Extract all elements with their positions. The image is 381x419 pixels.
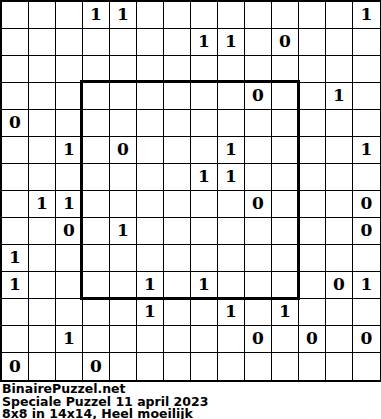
cell-r8-c1[interactable] bbox=[29, 218, 56, 245]
cell-r3-c7[interactable] bbox=[191, 83, 218, 110]
cell-r3-c10[interactable] bbox=[272, 83, 299, 110]
cell-r9-c1[interactable] bbox=[29, 245, 56, 272]
cell-r9-c6[interactable] bbox=[164, 245, 191, 272]
cell-r11-c3[interactable] bbox=[83, 299, 110, 326]
cell-r9-c5[interactable] bbox=[137, 245, 164, 272]
cell-r1-c10-given: 0 bbox=[272, 29, 299, 56]
cell-r10-c10[interactable] bbox=[272, 272, 299, 299]
cell-r2-c4[interactable] bbox=[110, 56, 137, 83]
cell-r13-c12[interactable] bbox=[326, 353, 353, 380]
cell-r8-c12[interactable] bbox=[326, 218, 353, 245]
cell-r10-c2[interactable] bbox=[56, 272, 83, 299]
cell-r8-c4-given: 1 bbox=[110, 218, 137, 245]
cell-r7-c5[interactable] bbox=[137, 191, 164, 218]
cell-r7-c11[interactable] bbox=[299, 191, 326, 218]
cell-r7-c7[interactable] bbox=[191, 191, 218, 218]
cell-r10-c11[interactable] bbox=[299, 272, 326, 299]
cell-r11-c1[interactable] bbox=[29, 299, 56, 326]
cell-r12-c1[interactable] bbox=[29, 326, 56, 353]
cell-r10-c4[interactable] bbox=[110, 272, 137, 299]
cell-r6-c12[interactable] bbox=[326, 164, 353, 191]
cell-r3-c3[interactable] bbox=[83, 83, 110, 110]
cell-r4-c0-given: 0 bbox=[2, 110, 29, 137]
cell-r6-c10[interactable] bbox=[272, 164, 299, 191]
cell-r5-c12[interactable] bbox=[326, 137, 353, 164]
cell-r7-c9-given: 0 bbox=[245, 191, 272, 218]
cell-r9-c4[interactable] bbox=[110, 245, 137, 272]
cell-r4-c11[interactable] bbox=[299, 110, 326, 137]
cell-r6-c6[interactable] bbox=[164, 164, 191, 191]
cell-r0-c9[interactable] bbox=[245, 2, 272, 29]
puzzle-page: 1111100101011111100010111101111100000 Bi… bbox=[0, 0, 381, 419]
cell-r13-c3-given: 0 bbox=[83, 353, 110, 380]
cell-r1-c12[interactable] bbox=[326, 29, 353, 56]
cell-r1-c1[interactable] bbox=[29, 29, 56, 56]
cell-r2-c13[interactable] bbox=[353, 56, 380, 83]
cell-r4-c10[interactable] bbox=[272, 110, 299, 137]
cell-r11-c12[interactable] bbox=[326, 299, 353, 326]
cell-r8-c8[interactable] bbox=[218, 218, 245, 245]
cell-r11-c11[interactable] bbox=[299, 299, 326, 326]
cell-r5-c6[interactable] bbox=[164, 137, 191, 164]
cell-r12-c13-given: 0 bbox=[353, 326, 380, 353]
cell-r0-c6[interactable] bbox=[164, 2, 191, 29]
cell-r10-c9[interactable] bbox=[245, 272, 272, 299]
cell-r13-c7[interactable] bbox=[191, 353, 218, 380]
cell-r12-c5[interactable] bbox=[137, 326, 164, 353]
cell-r10-c12-given: 0 bbox=[326, 272, 353, 299]
cell-r0-c4-given: 1 bbox=[110, 2, 137, 29]
cell-r7-c3[interactable] bbox=[83, 191, 110, 218]
cell-r7-c4[interactable] bbox=[110, 191, 137, 218]
cell-r2-c9[interactable] bbox=[245, 56, 272, 83]
cell-r0-c11[interactable] bbox=[299, 2, 326, 29]
cell-r4-c8[interactable] bbox=[218, 110, 245, 137]
cell-r1-c9[interactable] bbox=[245, 29, 272, 56]
cell-r3-c11[interactable] bbox=[299, 83, 326, 110]
cell-r5-c7[interactable] bbox=[191, 137, 218, 164]
cell-r5-c10[interactable] bbox=[272, 137, 299, 164]
cell-r9-c0-given: 1 bbox=[2, 245, 29, 272]
cell-r4-c12[interactable] bbox=[326, 110, 353, 137]
cell-r13-c9[interactable] bbox=[245, 353, 272, 380]
cell-r5-c13-given: 1 bbox=[353, 137, 380, 164]
cell-r6-c0[interactable] bbox=[2, 164, 29, 191]
cell-r4-c1[interactable] bbox=[29, 110, 56, 137]
cell-r2-c8[interactable] bbox=[218, 56, 245, 83]
cell-r1-c7-given: 1 bbox=[191, 29, 218, 56]
cell-r3-c9-given: 0 bbox=[245, 83, 272, 110]
cell-r10-c0-given: 1 bbox=[2, 272, 29, 299]
cell-r12-c8[interactable] bbox=[218, 326, 245, 353]
cell-r11-c10-given: 1 bbox=[272, 299, 299, 326]
cell-r6-c3[interactable] bbox=[83, 164, 110, 191]
cell-r4-c3[interactable] bbox=[83, 110, 110, 137]
cell-r11-c8-given: 1 bbox=[218, 299, 245, 326]
cell-r0-c3-given: 1 bbox=[83, 2, 110, 29]
cell-r9-c3[interactable] bbox=[83, 245, 110, 272]
cell-r6-c5[interactable] bbox=[137, 164, 164, 191]
cell-r10-c7-given: 1 bbox=[191, 272, 218, 299]
cell-r9-c10[interactable] bbox=[272, 245, 299, 272]
cell-r5-c11[interactable] bbox=[299, 137, 326, 164]
cell-r12-c4[interactable] bbox=[110, 326, 137, 353]
cell-r4-c9[interactable] bbox=[245, 110, 272, 137]
cell-r4-c7[interactable] bbox=[191, 110, 218, 137]
cell-r4-c6[interactable] bbox=[164, 110, 191, 137]
cell-r6-c4[interactable] bbox=[110, 164, 137, 191]
cell-r0-c5[interactable] bbox=[137, 2, 164, 29]
cell-r1-c11[interactable] bbox=[299, 29, 326, 56]
puzzle-board: 1111100101011111100010111101111100000 bbox=[0, 0, 381, 382]
cell-r1-c6[interactable] bbox=[164, 29, 191, 56]
cell-r1-c3[interactable] bbox=[83, 29, 110, 56]
cell-r13-c4[interactable] bbox=[110, 353, 137, 380]
cell-r9-c9[interactable] bbox=[245, 245, 272, 272]
cell-r13-c0-given: 0 bbox=[2, 353, 29, 380]
cell-r13-c8[interactable] bbox=[218, 353, 245, 380]
cell-r13-c1[interactable] bbox=[29, 353, 56, 380]
cell-r5-c2-given: 1 bbox=[56, 137, 83, 164]
cell-r6-c11[interactable] bbox=[299, 164, 326, 191]
cell-r7-c10[interactable] bbox=[272, 191, 299, 218]
cell-r8-c10[interactable] bbox=[272, 218, 299, 245]
cell-r3-c5[interactable] bbox=[137, 83, 164, 110]
cell-r8-c0[interactable] bbox=[2, 218, 29, 245]
cell-r1-c2[interactable] bbox=[56, 29, 83, 56]
cell-r11-c13[interactable] bbox=[353, 299, 380, 326]
cell-r6-c9[interactable] bbox=[245, 164, 272, 191]
cell-r8-c3[interactable] bbox=[83, 218, 110, 245]
cell-r9-c13[interactable] bbox=[353, 245, 380, 272]
cell-r12-c6[interactable] bbox=[164, 326, 191, 353]
cell-r5-c0[interactable] bbox=[2, 137, 29, 164]
cell-r0-c12[interactable] bbox=[326, 2, 353, 29]
cell-r9-c12[interactable] bbox=[326, 245, 353, 272]
cell-r11-c2[interactable] bbox=[56, 299, 83, 326]
cell-r7-c0[interactable] bbox=[2, 191, 29, 218]
cell-r5-c8-given: 1 bbox=[218, 137, 245, 164]
cell-r12-c9-given: 0 bbox=[245, 326, 272, 353]
cell-r7-c8[interactable] bbox=[218, 191, 245, 218]
cell-r8-c13-given: 0 bbox=[353, 218, 380, 245]
cell-r2-c5[interactable] bbox=[137, 56, 164, 83]
cell-r3-c8[interactable] bbox=[218, 83, 245, 110]
cell-r2-c1[interactable] bbox=[29, 56, 56, 83]
cell-r1-c13[interactable] bbox=[353, 29, 380, 56]
cell-r1-c0[interactable] bbox=[2, 29, 29, 56]
cell-r13-c5[interactable] bbox=[137, 353, 164, 380]
cell-r3-c4[interactable] bbox=[110, 83, 137, 110]
cell-r8-c11[interactable] bbox=[299, 218, 326, 245]
cell-r3-c0[interactable] bbox=[2, 83, 29, 110]
cell-r0-c10[interactable] bbox=[272, 2, 299, 29]
cell-r12-c11-given: 0 bbox=[299, 326, 326, 353]
cell-r5-c1[interactable] bbox=[29, 137, 56, 164]
cell-r7-c13-given: 0 bbox=[353, 191, 380, 218]
cell-r3-c6[interactable] bbox=[164, 83, 191, 110]
cell-r5-c4-given: 0 bbox=[110, 137, 137, 164]
cell-r1-c4[interactable] bbox=[110, 29, 137, 56]
cell-r2-c10[interactable] bbox=[272, 56, 299, 83]
cell-r4-c13[interactable] bbox=[353, 110, 380, 137]
footer: BinairePuzzel.net Speciale Puzzel 11 apr… bbox=[0, 382, 381, 419]
cell-r1-c5[interactable] bbox=[137, 29, 164, 56]
cell-r5-c3[interactable] bbox=[83, 137, 110, 164]
cell-r10-c6[interactable] bbox=[164, 272, 191, 299]
cell-r11-c9[interactable] bbox=[245, 299, 272, 326]
cell-r2-c7[interactable] bbox=[191, 56, 218, 83]
cell-r0-c8[interactable] bbox=[218, 2, 245, 29]
cell-r13-c6[interactable] bbox=[164, 353, 191, 380]
cell-r6-c1[interactable] bbox=[29, 164, 56, 191]
cell-r9-c7[interactable] bbox=[191, 245, 218, 272]
cell-r3-c1[interactable] bbox=[29, 83, 56, 110]
cell-r8-c6[interactable] bbox=[164, 218, 191, 245]
cell-r10-c5-given: 1 bbox=[137, 272, 164, 299]
cell-r13-c11[interactable] bbox=[299, 353, 326, 380]
cell-r9-c11[interactable] bbox=[299, 245, 326, 272]
cell-r6-c8-given: 1 bbox=[218, 164, 245, 191]
cell-r7-c2-given: 1 bbox=[56, 191, 83, 218]
cell-r0-c7[interactable] bbox=[191, 2, 218, 29]
cell-r12-c10[interactable] bbox=[272, 326, 299, 353]
cell-r12-c2-given: 1 bbox=[56, 326, 83, 353]
cell-r11-c7[interactable] bbox=[191, 299, 218, 326]
cell-r8-c7[interactable] bbox=[191, 218, 218, 245]
cell-r5-c9[interactable] bbox=[245, 137, 272, 164]
cell-r2-c12[interactable] bbox=[326, 56, 353, 83]
cell-r12-c0[interactable] bbox=[2, 326, 29, 353]
cell-r0-c1[interactable] bbox=[29, 2, 56, 29]
cell-r2-c11[interactable] bbox=[299, 56, 326, 83]
cell-r8-c2-given: 0 bbox=[56, 218, 83, 245]
cell-r3-c13[interactable] bbox=[353, 83, 380, 110]
cell-r11-c6[interactable] bbox=[164, 299, 191, 326]
cell-r2-c2[interactable] bbox=[56, 56, 83, 83]
cell-r10-c13-given: 1 bbox=[353, 272, 380, 299]
cell-r4-c2[interactable] bbox=[56, 110, 83, 137]
cell-r11-c5-given: 1 bbox=[137, 299, 164, 326]
cell-r11-c4[interactable] bbox=[110, 299, 137, 326]
cell-r5-c5[interactable] bbox=[137, 137, 164, 164]
cell-r0-c13-given: 1 bbox=[353, 2, 380, 29]
cell-r0-c2[interactable] bbox=[56, 2, 83, 29]
cell-r6-c2[interactable] bbox=[56, 164, 83, 191]
cell-r2-c3[interactable] bbox=[83, 56, 110, 83]
cell-r6-c13[interactable] bbox=[353, 164, 380, 191]
cell-r12-c12[interactable] bbox=[326, 326, 353, 353]
cell-r2-c0[interactable] bbox=[2, 56, 29, 83]
cell-r2-c6[interactable] bbox=[164, 56, 191, 83]
cell-r10-c3[interactable] bbox=[83, 272, 110, 299]
cell-r3-c12-given: 1 bbox=[326, 83, 353, 110]
cell-r10-c1[interactable] bbox=[29, 272, 56, 299]
cell-r13-c10[interactable] bbox=[272, 353, 299, 380]
cell-r7-c1-given: 1 bbox=[29, 191, 56, 218]
cell-r6-c7-given: 1 bbox=[191, 164, 218, 191]
cell-r13-c13[interactable] bbox=[353, 353, 380, 380]
cell-r11-c0[interactable] bbox=[2, 299, 29, 326]
cell-r0-c0[interactable] bbox=[2, 2, 29, 29]
cell-r8-c5[interactable] bbox=[137, 218, 164, 245]
cell-r7-c6[interactable] bbox=[164, 191, 191, 218]
binary-puzzle-grid: 1111100101011111100010111101111100000 bbox=[0, 0, 381, 382]
cell-r4-c5[interactable] bbox=[137, 110, 164, 137]
cell-r12-c3[interactable] bbox=[83, 326, 110, 353]
cell-r1-c8-given: 1 bbox=[218, 29, 245, 56]
cell-r8-c9[interactable] bbox=[245, 218, 272, 245]
cell-r9-c8[interactable] bbox=[218, 245, 245, 272]
cell-r7-c12[interactable] bbox=[326, 191, 353, 218]
cell-r12-c7[interactable] bbox=[191, 326, 218, 353]
cell-r9-c2[interactable] bbox=[56, 245, 83, 272]
cell-r13-c2[interactable] bbox=[56, 353, 83, 380]
cell-r10-c8[interactable] bbox=[218, 272, 245, 299]
cell-r3-c2[interactable] bbox=[56, 83, 83, 110]
puzzle-subtitle: 8x8 in 14x14, Heel moeilijk bbox=[2, 408, 381, 419]
cell-r4-c4[interactable] bbox=[110, 110, 137, 137]
